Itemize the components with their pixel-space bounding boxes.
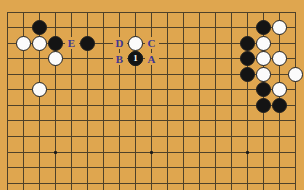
grid-line-horizontal [7, 136, 296, 137]
point-label-d: D [113, 37, 127, 49]
grid-line-vertical [231, 12, 232, 191]
point-label-e: E [65, 37, 79, 49]
grid-line-vertical [7, 12, 8, 191]
move-number: 1 [133, 54, 138, 63]
white-stone [256, 51, 271, 66]
grid-line-horizontal [7, 27, 296, 28]
black-stone [272, 98, 287, 113]
point-label-c: C [145, 37, 159, 49]
white-stone [288, 67, 303, 82]
white-stone [272, 82, 287, 97]
black-stone [80, 36, 95, 51]
point-label-b: B [113, 53, 127, 65]
white-stone [128, 36, 143, 51]
grid-line-horizontal [7, 183, 296, 184]
black-stone [240, 67, 255, 82]
grid-line-vertical [215, 12, 216, 191]
white-stone [256, 36, 271, 51]
grid-line-horizontal [7, 12, 296, 13]
grid-line-vertical [199, 12, 200, 191]
grid-line-vertical [183, 12, 184, 191]
white-stone [16, 36, 31, 51]
black-stone [240, 36, 255, 51]
grid-line-horizontal [7, 89, 296, 90]
white-stone [272, 51, 287, 66]
grid-line-vertical [103, 12, 104, 191]
star-point [150, 151, 153, 154]
grid-line-vertical [295, 12, 296, 191]
white-stone [272, 20, 287, 35]
star-point [246, 151, 249, 154]
black-stone [48, 36, 63, 51]
numbered-black-stone: 1 [128, 51, 143, 66]
black-stone [256, 82, 271, 97]
point-label-a: A [145, 53, 159, 65]
black-stone [256, 98, 271, 113]
white-stone [32, 36, 47, 51]
grid-line-vertical [167, 12, 168, 191]
white-stone [256, 67, 271, 82]
grid-line-horizontal [7, 120, 296, 121]
black-stone [32, 20, 47, 35]
grid-line-horizontal [7, 167, 296, 168]
white-stone [48, 51, 63, 66]
black-stone [256, 20, 271, 35]
white-stone [32, 82, 47, 97]
black-stone [240, 51, 255, 66]
grid-line-horizontal [7, 105, 296, 106]
go-board[interactable]: 1EDCBA [0, 0, 304, 190]
star-point [54, 151, 57, 154]
